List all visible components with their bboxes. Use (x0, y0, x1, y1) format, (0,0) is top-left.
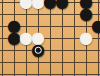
intersection-r5c7[interactable] (80, 56, 92, 68)
intersection-r2c3[interactable] (32, 20, 44, 32)
intersection-r1c5[interactable] (56, 8, 68, 20)
intersection-r6c7[interactable] (80, 68, 92, 76)
intersection-r3c3[interactable]: ● (32, 32, 44, 44)
intersection-r0c1[interactable] (8, 0, 20, 8)
black-stone: ● (80, 8, 92, 20)
intersection-r3c8[interactable] (92, 32, 100, 44)
intersection-r4c0[interactable] (0, 44, 8, 56)
intersection-r1c4[interactable] (44, 8, 56, 20)
intersection-r2c4[interactable] (44, 20, 56, 32)
intersection-r4c8[interactable] (92, 44, 100, 56)
intersection-r0c0[interactable] (0, 0, 8, 8)
intersection-r2c2[interactable] (20, 20, 32, 32)
intersection-r5c3[interactable] (32, 56, 44, 68)
black-stone: ● (8, 32, 20, 44)
white-stone: ● (32, 32, 44, 44)
intersection-r3c2[interactable]: ● (20, 32, 32, 44)
black-stone: ● (56, 0, 68, 8)
intersection-r0c5[interactable]: ● (56, 0, 68, 8)
intersection-r6c0[interactable] (0, 68, 8, 76)
intersection-r2c5[interactable] (56, 20, 68, 32)
intersection-r6c8[interactable] (92, 68, 100, 76)
intersection-r1c0[interactable] (0, 8, 8, 20)
intersection-r2c7[interactable] (80, 20, 92, 32)
intersection-r1c7[interactable]: ● (80, 8, 92, 20)
intersection-r4c3[interactable]: ● (32, 44, 44, 56)
black-stone: ● (32, 44, 44, 56)
intersection-r6c3[interactable] (32, 68, 44, 76)
intersection-r4c6[interactable] (68, 44, 80, 56)
intersection-r1c3[interactable] (32, 8, 44, 20)
intersection-r0c4[interactable]: ● (44, 0, 56, 8)
intersection-r1c8[interactable] (92, 8, 100, 20)
intersection-r1c1[interactable] (8, 8, 20, 20)
intersection-r2c8[interactable]: ● (92, 20, 100, 32)
go-board: ●●●●●●●●●●●●● (0, 0, 100, 76)
intersection-r1c6[interactable] (68, 8, 80, 20)
intersection-r0c6[interactable] (68, 0, 80, 8)
intersection-r4c7[interactable] (80, 44, 92, 56)
intersection-r5c5[interactable] (56, 56, 68, 68)
intersection-r2c1[interactable]: ● (8, 20, 20, 32)
last-move-marker (35, 47, 42, 54)
intersection-r0c8[interactable] (92, 0, 100, 8)
black-stone: ● (92, 20, 100, 32)
intersection-r5c4[interactable] (44, 56, 56, 68)
intersection-r5c0[interactable] (0, 56, 8, 68)
intersection-r4c2[interactable] (20, 44, 32, 56)
black-stone: ● (8, 20, 20, 32)
intersection-r6c1[interactable] (8, 68, 20, 76)
intersection-r6c6[interactable] (68, 68, 80, 76)
intersection-r0c7[interactable]: ● (80, 0, 92, 8)
intersection-r6c5[interactable] (56, 68, 68, 76)
white-stone: ● (20, 32, 32, 44)
intersection-r3c1[interactable]: ● (8, 32, 20, 44)
intersection-r5c2[interactable] (20, 56, 32, 68)
intersection-r3c6[interactable] (68, 32, 80, 44)
intersection-r3c5[interactable] (56, 32, 68, 44)
intersection-r4c1[interactable] (8, 44, 20, 56)
intersection-r0c2[interactable]: ● (20, 0, 32, 8)
intersection-r6c2[interactable] (20, 68, 32, 76)
white-stone: ● (20, 0, 32, 8)
intersection-r5c1[interactable] (8, 56, 20, 68)
intersection-r0c3[interactable]: ● (32, 0, 44, 8)
intersection-r5c6[interactable] (68, 56, 80, 68)
intersection-r6c4[interactable] (44, 68, 56, 76)
intersection-r5c8[interactable] (92, 56, 100, 68)
go-board-grid: ●●●●●●●●●●●●● (0, 0, 100, 76)
intersection-r2c6[interactable] (68, 20, 80, 32)
white-stone: ● (80, 32, 92, 44)
intersection-r2c0[interactable] (0, 20, 8, 32)
black-stone: ● (80, 0, 92, 8)
intersection-r3c0[interactable] (0, 32, 8, 44)
black-stone: ● (44, 0, 56, 8)
intersection-r1c2[interactable] (20, 8, 32, 20)
intersection-r4c4[interactable] (44, 44, 56, 56)
intersection-r3c7[interactable]: ● (80, 32, 92, 44)
intersection-r4c5[interactable] (56, 44, 68, 56)
white-stone: ● (32, 0, 44, 8)
intersection-r3c4[interactable] (44, 32, 56, 44)
